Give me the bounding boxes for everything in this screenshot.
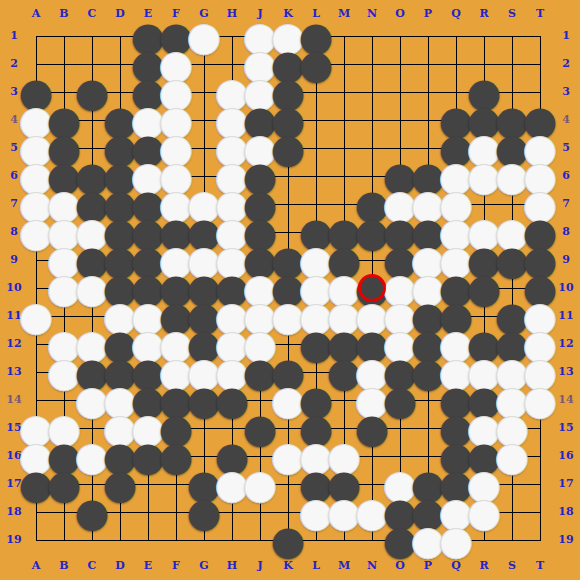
intersection-L11[interactable]: ●	[302, 302, 330, 330]
intersection-M11[interactable]: ●	[330, 302, 358, 330]
intersection-P9[interactable]: ●	[414, 246, 442, 274]
intersection-F7[interactable]: ●	[162, 190, 190, 218]
intersection-K18[interactable]	[274, 498, 302, 526]
intersection-B1[interactable]	[50, 22, 78, 50]
intersection-Q11[interactable]: ●	[442, 302, 470, 330]
intersection-S2[interactable]	[498, 50, 526, 78]
intersection-P13[interactable]: ●	[414, 358, 442, 386]
intersection-C3[interactable]: ●	[78, 78, 106, 106]
intersection-D7[interactable]: ●	[106, 190, 134, 218]
intersection-G1[interactable]: ●	[190, 22, 218, 50]
intersection-F9[interactable]: ●	[162, 246, 190, 274]
intersection-G10[interactable]: ●	[190, 274, 218, 302]
intersection-G11[interactable]: ●	[190, 302, 218, 330]
intersection-Q12[interactable]: ●	[442, 330, 470, 358]
intersection-C7[interactable]: ●	[78, 190, 106, 218]
intersection-E10[interactable]: ●	[134, 274, 162, 302]
intersection-K7[interactable]	[274, 190, 302, 218]
intersection-Q15[interactable]: ●	[442, 414, 470, 442]
intersection-C19[interactable]	[78, 526, 106, 554]
intersection-R12[interactable]: ●	[470, 330, 498, 358]
intersection-P3[interactable]	[414, 78, 442, 106]
intersection-N10[interactable]: ●	[358, 274, 386, 302]
intersection-J5[interactable]: ●	[246, 134, 274, 162]
intersection-D14[interactable]: ●	[106, 386, 134, 414]
intersection-C15[interactable]	[78, 414, 106, 442]
intersection-B11[interactable]	[50, 302, 78, 330]
intersection-J13[interactable]: ●	[246, 358, 274, 386]
intersection-B14[interactable]	[50, 386, 78, 414]
intersection-C8[interactable]: ●	[78, 218, 106, 246]
intersection-P15[interactable]	[414, 414, 442, 442]
intersection-N7[interactable]: ●	[358, 190, 386, 218]
intersection-L10[interactable]: ●	[302, 274, 330, 302]
intersection-H7[interactable]: ●	[218, 190, 246, 218]
intersection-A15[interactable]: ●	[22, 414, 50, 442]
intersection-M7[interactable]	[330, 190, 358, 218]
intersection-M8[interactable]: ●	[330, 218, 358, 246]
intersection-O8[interactable]: ●	[386, 218, 414, 246]
intersection-D16[interactable]: ●	[106, 442, 134, 470]
intersection-K15[interactable]	[274, 414, 302, 442]
intersection-K12[interactable]	[274, 330, 302, 358]
intersection-C9[interactable]: ●	[78, 246, 106, 274]
intersection-T13[interactable]: ●	[526, 358, 554, 386]
intersection-L14[interactable]: ●	[302, 386, 330, 414]
intersection-N4[interactable]	[358, 106, 386, 134]
intersection-G16[interactable]	[190, 442, 218, 470]
intersection-R6[interactable]: ●	[470, 162, 498, 190]
intersection-A7[interactable]: ●	[22, 190, 50, 218]
intersection-N19[interactable]	[358, 526, 386, 554]
intersection-L5[interactable]	[302, 134, 330, 162]
intersection-B19[interactable]	[50, 526, 78, 554]
intersection-G7[interactable]: ●	[190, 190, 218, 218]
intersection-M14[interactable]	[330, 386, 358, 414]
intersection-N9[interactable]	[358, 246, 386, 274]
intersection-S15[interactable]: ●	[498, 414, 526, 442]
intersection-K1[interactable]: ●	[274, 22, 302, 50]
intersection-J18[interactable]	[246, 498, 274, 526]
intersection-Q13[interactable]: ●	[442, 358, 470, 386]
intersection-A16[interactable]: ●	[22, 442, 50, 470]
intersection-E8[interactable]: ●	[134, 218, 162, 246]
intersection-T12[interactable]: ●	[526, 330, 554, 358]
intersection-H17[interactable]: ●	[218, 470, 246, 498]
intersection-S17[interactable]	[498, 470, 526, 498]
intersection-H18[interactable]	[218, 498, 246, 526]
intersection-N3[interactable]	[358, 78, 386, 106]
intersection-H2[interactable]	[218, 50, 246, 78]
intersection-C6[interactable]: ●	[78, 162, 106, 190]
intersection-P5[interactable]	[414, 134, 442, 162]
intersection-T4[interactable]: ●	[526, 106, 554, 134]
intersection-T10[interactable]: ●	[526, 274, 554, 302]
intersection-K16[interactable]: ●	[274, 442, 302, 470]
intersection-T1[interactable]	[526, 22, 554, 50]
intersection-L9[interactable]: ●	[302, 246, 330, 274]
intersection-D6[interactable]: ●	[106, 162, 134, 190]
intersection-H15[interactable]	[218, 414, 246, 442]
intersection-J6[interactable]: ●	[246, 162, 274, 190]
intersection-K11[interactable]: ●	[274, 302, 302, 330]
intersection-J3[interactable]: ●	[246, 78, 274, 106]
intersection-B8[interactable]: ●	[50, 218, 78, 246]
intersection-G5[interactable]	[190, 134, 218, 162]
intersection-T19[interactable]	[526, 526, 554, 554]
intersection-O4[interactable]	[386, 106, 414, 134]
intersection-M9[interactable]: ●	[330, 246, 358, 274]
intersection-Q7[interactable]: ●	[442, 190, 470, 218]
intersection-F6[interactable]: ●	[162, 162, 190, 190]
intersection-F13[interactable]: ●	[162, 358, 190, 386]
intersection-Q4[interactable]: ●	[442, 106, 470, 134]
intersection-H1[interactable]	[218, 22, 246, 50]
intersection-L16[interactable]: ●	[302, 442, 330, 470]
intersection-L8[interactable]: ●	[302, 218, 330, 246]
intersection-O19[interactable]: ●	[386, 526, 414, 554]
intersection-H3[interactable]: ●	[218, 78, 246, 106]
intersection-A14[interactable]	[22, 386, 50, 414]
intersection-M15[interactable]	[330, 414, 358, 442]
intersection-B15[interactable]: ●	[50, 414, 78, 442]
intersection-R15[interactable]: ●	[470, 414, 498, 442]
intersection-A18[interactable]	[22, 498, 50, 526]
intersection-B5[interactable]: ●	[50, 134, 78, 162]
intersection-G6[interactable]	[190, 162, 218, 190]
intersection-A8[interactable]: ●	[22, 218, 50, 246]
intersection-P12[interactable]: ●	[414, 330, 442, 358]
intersection-D19[interactable]	[106, 526, 134, 554]
intersection-N13[interactable]: ●	[358, 358, 386, 386]
intersection-T14[interactable]: ●	[526, 386, 554, 414]
intersection-N6[interactable]	[358, 162, 386, 190]
intersection-L19[interactable]	[302, 526, 330, 554]
intersection-O15[interactable]	[386, 414, 414, 442]
intersection-Q5[interactable]: ●	[442, 134, 470, 162]
intersection-S19[interactable]	[498, 526, 526, 554]
intersection-P11[interactable]: ●	[414, 302, 442, 330]
intersection-K19[interactable]: ●	[274, 526, 302, 554]
intersection-J4[interactable]: ●	[246, 106, 274, 134]
intersection-J1[interactable]: ●	[246, 22, 274, 50]
intersection-H14[interactable]: ●	[218, 386, 246, 414]
intersection-T17[interactable]	[526, 470, 554, 498]
intersection-A2[interactable]	[22, 50, 50, 78]
intersection-A19[interactable]	[22, 526, 50, 554]
intersection-M2[interactable]	[330, 50, 358, 78]
intersection-Q19[interactable]: ●	[442, 526, 470, 554]
intersection-K13[interactable]: ●	[274, 358, 302, 386]
intersection-C10[interactable]: ●	[78, 274, 106, 302]
intersection-J11[interactable]: ●	[246, 302, 274, 330]
intersection-D2[interactable]	[106, 50, 134, 78]
intersection-H4[interactable]: ●	[218, 106, 246, 134]
intersection-L15[interactable]: ●	[302, 414, 330, 442]
intersection-L13[interactable]	[302, 358, 330, 386]
intersection-S4[interactable]: ●	[498, 106, 526, 134]
intersection-J15[interactable]: ●	[246, 414, 274, 442]
intersection-S13[interactable]: ●	[498, 358, 526, 386]
intersection-A9[interactable]	[22, 246, 50, 274]
intersection-O16[interactable]	[386, 442, 414, 470]
intersection-D13[interactable]: ●	[106, 358, 134, 386]
intersection-N16[interactable]	[358, 442, 386, 470]
intersection-P4[interactable]	[414, 106, 442, 134]
intersection-F2[interactable]: ●	[162, 50, 190, 78]
intersection-J16[interactable]	[246, 442, 274, 470]
intersection-G19[interactable]	[190, 526, 218, 554]
intersection-H19[interactable]	[218, 526, 246, 554]
intersection-B16[interactable]: ●	[50, 442, 78, 470]
intersection-S6[interactable]: ●	[498, 162, 526, 190]
intersection-S5[interactable]: ●	[498, 134, 526, 162]
intersection-L4[interactable]	[302, 106, 330, 134]
intersection-R11[interactable]	[470, 302, 498, 330]
intersection-C17[interactable]	[78, 470, 106, 498]
intersection-P1[interactable]	[414, 22, 442, 50]
intersection-H6[interactable]: ●	[218, 162, 246, 190]
intersection-S14[interactable]: ●	[498, 386, 526, 414]
intersection-A5[interactable]: ●	[22, 134, 50, 162]
intersection-R3[interactable]: ●	[470, 78, 498, 106]
intersection-H16[interactable]: ●	[218, 442, 246, 470]
intersection-Q2[interactable]	[442, 50, 470, 78]
intersection-E7[interactable]: ●	[134, 190, 162, 218]
intersection-N8[interactable]: ●	[358, 218, 386, 246]
intersection-M3[interactable]	[330, 78, 358, 106]
intersection-Q16[interactable]: ●	[442, 442, 470, 470]
intersection-L2[interactable]: ●	[302, 50, 330, 78]
intersection-G18[interactable]: ●	[190, 498, 218, 526]
intersection-O18[interactable]: ●	[386, 498, 414, 526]
intersection-G14[interactable]: ●	[190, 386, 218, 414]
intersection-S10[interactable]	[498, 274, 526, 302]
intersection-D4[interactable]: ●	[106, 106, 134, 134]
intersection-O10[interactable]: ●	[386, 274, 414, 302]
intersection-D9[interactable]: ●	[106, 246, 134, 274]
intersection-L17[interactable]: ●	[302, 470, 330, 498]
intersection-E12[interactable]: ●	[134, 330, 162, 358]
intersection-T18[interactable]	[526, 498, 554, 526]
intersection-E1[interactable]: ●	[134, 22, 162, 50]
intersection-B18[interactable]	[50, 498, 78, 526]
intersection-E4[interactable]: ●	[134, 106, 162, 134]
intersection-G9[interactable]: ●	[190, 246, 218, 274]
intersection-Q1[interactable]	[442, 22, 470, 50]
intersection-L6[interactable]	[302, 162, 330, 190]
intersection-B7[interactable]: ●	[50, 190, 78, 218]
intersection-O6[interactable]: ●	[386, 162, 414, 190]
intersection-C18[interactable]: ●	[78, 498, 106, 526]
intersection-D8[interactable]: ●	[106, 218, 134, 246]
intersection-A17[interactable]: ●	[22, 470, 50, 498]
intersection-Q10[interactable]: ●	[442, 274, 470, 302]
intersection-J7[interactable]: ●	[246, 190, 274, 218]
intersection-Q3[interactable]	[442, 78, 470, 106]
intersection-H10[interactable]: ●	[218, 274, 246, 302]
intersection-R16[interactable]: ●	[470, 442, 498, 470]
intersection-O2[interactable]	[386, 50, 414, 78]
intersection-O3[interactable]	[386, 78, 414, 106]
intersection-N11[interactable]: ●	[358, 302, 386, 330]
intersection-D12[interactable]: ●	[106, 330, 134, 358]
intersection-R13[interactable]: ●	[470, 358, 498, 386]
intersection-E15[interactable]: ●	[134, 414, 162, 442]
intersection-P18[interactable]: ●	[414, 498, 442, 526]
intersection-D18[interactable]	[106, 498, 134, 526]
intersection-J9[interactable]: ●	[246, 246, 274, 274]
intersection-C14[interactable]: ●	[78, 386, 106, 414]
intersection-D5[interactable]: ●	[106, 134, 134, 162]
intersection-N18[interactable]: ●	[358, 498, 386, 526]
intersection-O17[interactable]: ●	[386, 470, 414, 498]
intersection-P2[interactable]	[414, 50, 442, 78]
intersection-J14[interactable]	[246, 386, 274, 414]
intersection-C5[interactable]	[78, 134, 106, 162]
intersection-L12[interactable]: ●	[302, 330, 330, 358]
intersection-C4[interactable]	[78, 106, 106, 134]
intersection-C1[interactable]	[78, 22, 106, 50]
intersection-D3[interactable]	[106, 78, 134, 106]
intersection-Q9[interactable]: ●	[442, 246, 470, 274]
intersection-N17[interactable]	[358, 470, 386, 498]
intersection-K4[interactable]: ●	[274, 106, 302, 134]
intersection-K9[interactable]: ●	[274, 246, 302, 274]
intersection-R14[interactable]: ●	[470, 386, 498, 414]
intersection-N5[interactable]	[358, 134, 386, 162]
intersection-J8[interactable]: ●	[246, 218, 274, 246]
intersection-J12[interactable]: ●	[246, 330, 274, 358]
intersection-K3[interactable]: ●	[274, 78, 302, 106]
intersection-C13[interactable]: ●	[78, 358, 106, 386]
intersection-F1[interactable]: ●	[162, 22, 190, 50]
intersection-P14[interactable]	[414, 386, 442, 414]
intersection-P6[interactable]: ●	[414, 162, 442, 190]
intersection-B4[interactable]: ●	[50, 106, 78, 134]
intersection-R8[interactable]: ●	[470, 218, 498, 246]
intersection-D17[interactable]: ●	[106, 470, 134, 498]
intersection-H8[interactable]: ●	[218, 218, 246, 246]
intersection-O13[interactable]: ●	[386, 358, 414, 386]
intersection-F8[interactable]: ●	[162, 218, 190, 246]
intersection-E19[interactable]	[134, 526, 162, 554]
intersection-K8[interactable]	[274, 218, 302, 246]
intersection-M1[interactable]	[330, 22, 358, 50]
intersection-Q14[interactable]: ●	[442, 386, 470, 414]
intersection-K5[interactable]: ●	[274, 134, 302, 162]
intersection-K2[interactable]: ●	[274, 50, 302, 78]
intersection-S12[interactable]: ●	[498, 330, 526, 358]
intersection-M6[interactable]	[330, 162, 358, 190]
intersection-G8[interactable]: ●	[190, 218, 218, 246]
intersection-K14[interactable]: ●	[274, 386, 302, 414]
intersection-E18[interactable]	[134, 498, 162, 526]
intersection-F12[interactable]: ●	[162, 330, 190, 358]
intersection-C16[interactable]: ●	[78, 442, 106, 470]
intersection-N12[interactable]: ●	[358, 330, 386, 358]
intersection-E6[interactable]: ●	[134, 162, 162, 190]
intersection-G3[interactable]	[190, 78, 218, 106]
intersection-R19[interactable]	[470, 526, 498, 554]
intersection-G13[interactable]: ●	[190, 358, 218, 386]
intersection-B2[interactable]	[50, 50, 78, 78]
intersection-F11[interactable]: ●	[162, 302, 190, 330]
intersection-O7[interactable]: ●	[386, 190, 414, 218]
intersection-T15[interactable]	[526, 414, 554, 442]
intersection-R4[interactable]: ●	[470, 106, 498, 134]
intersection-E13[interactable]: ●	[134, 358, 162, 386]
intersection-L3[interactable]	[302, 78, 330, 106]
intersection-F19[interactable]	[162, 526, 190, 554]
intersection-M5[interactable]	[330, 134, 358, 162]
intersection-O12[interactable]: ●	[386, 330, 414, 358]
intersection-B13[interactable]: ●	[50, 358, 78, 386]
intersection-P19[interactable]: ●	[414, 526, 442, 554]
intersection-S16[interactable]: ●	[498, 442, 526, 470]
intersection-P8[interactable]: ●	[414, 218, 442, 246]
intersection-H12[interactable]: ●	[218, 330, 246, 358]
intersection-M19[interactable]	[330, 526, 358, 554]
intersection-J10[interactable]: ●	[246, 274, 274, 302]
intersection-O9[interactable]: ●	[386, 246, 414, 274]
intersection-N14[interactable]: ●	[358, 386, 386, 414]
intersection-B9[interactable]: ●	[50, 246, 78, 274]
intersection-H9[interactable]: ●	[218, 246, 246, 274]
intersection-A4[interactable]: ●	[22, 106, 50, 134]
intersection-Q8[interactable]: ●	[442, 218, 470, 246]
intersection-L1[interactable]: ●	[302, 22, 330, 50]
intersection-M13[interactable]: ●	[330, 358, 358, 386]
intersection-G12[interactable]: ●	[190, 330, 218, 358]
intersection-D11[interactable]: ●	[106, 302, 134, 330]
intersection-F16[interactable]: ●	[162, 442, 190, 470]
intersection-F14[interactable]: ●	[162, 386, 190, 414]
intersection-T8[interactable]: ●	[526, 218, 554, 246]
intersection-M10[interactable]: ●	[330, 274, 358, 302]
intersection-G2[interactable]	[190, 50, 218, 78]
intersection-B3[interactable]	[50, 78, 78, 106]
intersection-N2[interactable]	[358, 50, 386, 78]
intersection-M17[interactable]: ●	[330, 470, 358, 498]
intersection-P10[interactable]: ●	[414, 274, 442, 302]
intersection-S1[interactable]	[498, 22, 526, 50]
intersection-E9[interactable]: ●	[134, 246, 162, 274]
intersection-F3[interactable]: ●	[162, 78, 190, 106]
intersection-R5[interactable]: ●	[470, 134, 498, 162]
intersection-B17[interactable]: ●	[50, 470, 78, 498]
intersection-E17[interactable]	[134, 470, 162, 498]
intersection-J2[interactable]: ●	[246, 50, 274, 78]
intersection-H5[interactable]: ●	[218, 134, 246, 162]
intersection-A6[interactable]: ●	[22, 162, 50, 190]
intersection-M16[interactable]: ●	[330, 442, 358, 470]
intersection-T5[interactable]: ●	[526, 134, 554, 162]
intersection-K10[interactable]: ●	[274, 274, 302, 302]
intersection-H11[interactable]: ●	[218, 302, 246, 330]
intersection-S7[interactable]	[498, 190, 526, 218]
intersection-S3[interactable]	[498, 78, 526, 106]
intersection-T2[interactable]	[526, 50, 554, 78]
intersection-L18[interactable]: ●	[302, 498, 330, 526]
intersection-B6[interactable]: ●	[50, 162, 78, 190]
intersection-B12[interactable]: ●	[50, 330, 78, 358]
intersection-D15[interactable]: ●	[106, 414, 134, 442]
intersection-T16[interactable]	[526, 442, 554, 470]
intersection-T7[interactable]: ●	[526, 190, 554, 218]
intersection-O5[interactable]	[386, 134, 414, 162]
intersection-N1[interactable]	[358, 22, 386, 50]
